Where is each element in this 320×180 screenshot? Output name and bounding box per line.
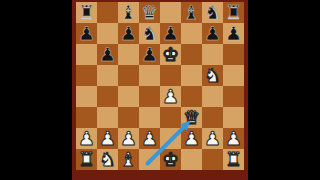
piece-black-bishop: ♝ [118, 2, 139, 23]
square-d7[interactable]: ♞ [139, 23, 160, 44]
piece-white-pawn: ♟ [202, 128, 223, 149]
square-d3[interactable] [139, 107, 160, 128]
square-f1[interactable] [181, 149, 202, 170]
square-e8[interactable] [160, 2, 181, 23]
square-b2[interactable]: ♟ [97, 128, 118, 149]
piece-white-pawn: ♟ [223, 128, 244, 149]
square-g6[interactable] [202, 44, 223, 65]
square-e4[interactable]: ♟ [160, 86, 181, 107]
piece-black-rook: ♜ [223, 2, 244, 23]
piece-white-pawn: ♟ [181, 128, 202, 149]
square-c1[interactable]: ♝ [118, 149, 139, 170]
square-c8[interactable]: ♝ [118, 2, 139, 23]
piece-black-pawn: ♟ [118, 23, 139, 44]
piece-white-queen: ♛ [181, 107, 202, 128]
square-g3[interactable] [202, 107, 223, 128]
square-d8[interactable]: ♛ [139, 2, 160, 23]
piece-black-pawn: ♟ [160, 23, 181, 44]
square-f8[interactable]: ♝ [181, 2, 202, 23]
square-e3[interactable] [160, 107, 181, 128]
square-g2[interactable]: ♟ [202, 128, 223, 149]
piece-black-pawn: ♟ [223, 23, 244, 44]
square-a1[interactable]: ♜ [76, 149, 97, 170]
chessboard-frame: ♜♝♛♝♞♜♟♟♞♟♟♟♟♟♚♞♟♛♟♟♟♟♟♟♟♜♞♝♚♜ [72, 0, 248, 180]
square-d2[interactable]: ♟ [139, 128, 160, 149]
square-e2[interactable] [160, 128, 181, 149]
piece-black-pawn: ♟ [97, 44, 118, 65]
piece-black-rook: ♜ [76, 2, 97, 23]
piece-white-pawn: ♟ [76, 128, 97, 149]
piece-black-pawn: ♟ [76, 23, 97, 44]
piece-white-king: ♚ [160, 149, 181, 170]
piece-white-rook: ♜ [76, 149, 97, 170]
piece-black-knight: ♞ [202, 2, 223, 23]
square-c7[interactable]: ♟ [118, 23, 139, 44]
square-b7[interactable] [97, 23, 118, 44]
piece-black-pawn: ♟ [202, 23, 223, 44]
square-d4[interactable] [139, 86, 160, 107]
square-e6[interactable]: ♚ [160, 44, 181, 65]
square-g5[interactable]: ♞ [202, 65, 223, 86]
square-a6[interactable] [76, 44, 97, 65]
square-c4[interactable] [118, 86, 139, 107]
square-a2[interactable]: ♟ [76, 128, 97, 149]
piece-white-pawn: ♟ [139, 128, 160, 149]
square-b8[interactable] [97, 2, 118, 23]
square-d5[interactable] [139, 65, 160, 86]
square-b4[interactable] [97, 86, 118, 107]
square-a3[interactable] [76, 107, 97, 128]
chessboard: ♜♝♛♝♞♜♟♟♞♟♟♟♟♟♚♞♟♛♟♟♟♟♟♟♟♜♞♝♚♜ [76, 2, 244, 170]
square-f7[interactable] [181, 23, 202, 44]
square-c3[interactable] [118, 107, 139, 128]
piece-white-king: ♚ [160, 44, 181, 65]
square-h5[interactable] [223, 65, 244, 86]
square-a8[interactable]: ♜ [76, 2, 97, 23]
square-d6[interactable]: ♟ [139, 44, 160, 65]
piece-black-pawn: ♟ [139, 44, 160, 65]
square-g1[interactable] [202, 149, 223, 170]
video-thumbnail: { "game": "chess", "position": { "fen": … [0, 0, 320, 180]
square-g7[interactable]: ♟ [202, 23, 223, 44]
square-f4[interactable] [181, 86, 202, 107]
square-h4[interactable] [223, 86, 244, 107]
square-f2[interactable]: ♟ [181, 128, 202, 149]
piece-black-queen: ♛ [139, 2, 160, 23]
square-h1[interactable]: ♜ [223, 149, 244, 170]
square-c5[interactable] [118, 65, 139, 86]
square-h7[interactable]: ♟ [223, 23, 244, 44]
piece-black-knight: ♞ [139, 23, 160, 44]
square-a5[interactable] [76, 65, 97, 86]
piece-white-rook: ♜ [223, 149, 244, 170]
square-h3[interactable] [223, 107, 244, 128]
square-b5[interactable] [97, 65, 118, 86]
square-e5[interactable] [160, 65, 181, 86]
square-g4[interactable] [202, 86, 223, 107]
square-f3[interactable]: ♛ [181, 107, 202, 128]
piece-white-pawn: ♟ [118, 128, 139, 149]
piece-white-pawn: ♟ [160, 86, 181, 107]
square-c2[interactable]: ♟ [118, 128, 139, 149]
square-b3[interactable] [97, 107, 118, 128]
square-e1[interactable]: ♚ [160, 149, 181, 170]
piece-black-bishop: ♝ [181, 2, 202, 23]
piece-white-knight: ♞ [97, 149, 118, 170]
square-f6[interactable] [181, 44, 202, 65]
square-a7[interactable]: ♟ [76, 23, 97, 44]
square-a4[interactable] [76, 86, 97, 107]
piece-white-knight: ♞ [202, 65, 223, 86]
square-b1[interactable]: ♞ [97, 149, 118, 170]
square-d1[interactable] [139, 149, 160, 170]
square-h2[interactable]: ♟ [223, 128, 244, 149]
square-e7[interactable]: ♟ [160, 23, 181, 44]
square-b6[interactable]: ♟ [97, 44, 118, 65]
square-h6[interactable] [223, 44, 244, 65]
square-f5[interactable] [181, 65, 202, 86]
square-g8[interactable]: ♞ [202, 2, 223, 23]
piece-white-bishop: ♝ [118, 149, 139, 170]
piece-white-pawn: ♟ [97, 128, 118, 149]
square-h8[interactable]: ♜ [223, 2, 244, 23]
square-c6[interactable] [118, 44, 139, 65]
